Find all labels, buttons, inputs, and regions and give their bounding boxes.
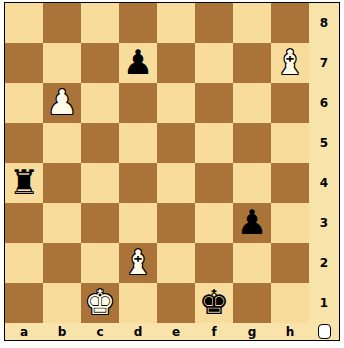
square-h4[interactable] — [271, 163, 309, 203]
coordinate-corner — [309, 323, 339, 340]
square-a6[interactable] — [5, 83, 43, 123]
square-g6[interactable] — [233, 83, 271, 123]
square-g2[interactable] — [233, 243, 271, 283]
square-a1[interactable] — [5, 283, 43, 323]
side-to-move-indicator — [318, 324, 331, 339]
white-bishop[interactable]: ♝ — [275, 45, 305, 79]
rank-label-5: 5 — [309, 123, 339, 163]
square-b4[interactable] — [43, 163, 81, 203]
square-c5[interactable] — [81, 123, 119, 163]
square-e8[interactable] — [157, 3, 195, 43]
square-a8[interactable] — [5, 3, 43, 43]
square-g3[interactable]: ♟ — [233, 203, 271, 243]
square-g8[interactable] — [233, 3, 271, 43]
black-pawn[interactable]: ♟ — [237, 205, 267, 239]
square-b6[interactable]: ♟ — [43, 83, 81, 123]
square-h8[interactable] — [271, 3, 309, 43]
rank-label-8: 8 — [309, 3, 339, 43]
square-c8[interactable] — [81, 3, 119, 43]
square-f4[interactable] — [195, 163, 233, 203]
square-b1[interactable] — [43, 283, 81, 323]
square-d2[interactable]: ♝ — [119, 243, 157, 283]
square-c6[interactable] — [81, 83, 119, 123]
square-g4[interactable] — [233, 163, 271, 203]
square-a7[interactable] — [5, 43, 43, 83]
square-c4[interactable] — [81, 163, 119, 203]
square-e2[interactable] — [157, 243, 195, 283]
square-e7[interactable] — [157, 43, 195, 83]
square-h3[interactable] — [271, 203, 309, 243]
square-e6[interactable] — [157, 83, 195, 123]
square-e4[interactable] — [157, 163, 195, 203]
black-pawn[interactable]: ♟ — [123, 45, 153, 79]
file-label-b: b — [43, 323, 81, 340]
file-label-d: d — [119, 323, 157, 340]
rank-label-2: 2 — [309, 243, 339, 283]
chess-board: 8♟♝7♟65♜4♟3♝2♚♚1abcdefgh — [4, 2, 340, 341]
square-f5[interactable] — [195, 123, 233, 163]
square-d6[interactable] — [119, 83, 157, 123]
square-f8[interactable] — [195, 3, 233, 43]
square-f7[interactable] — [195, 43, 233, 83]
square-e5[interactable] — [157, 123, 195, 163]
square-a2[interactable] — [5, 243, 43, 283]
white-bishop[interactable]: ♝ — [123, 245, 153, 279]
square-f1[interactable]: ♚ — [195, 283, 233, 323]
file-label-g: g — [233, 323, 271, 340]
file-label-c: c — [81, 323, 119, 340]
square-b7[interactable] — [43, 43, 81, 83]
square-f6[interactable] — [195, 83, 233, 123]
square-g1[interactable] — [233, 283, 271, 323]
square-b2[interactable] — [43, 243, 81, 283]
file-label-h: h — [271, 323, 309, 340]
square-c3[interactable] — [81, 203, 119, 243]
square-b3[interactable] — [43, 203, 81, 243]
file-label-e: e — [157, 323, 195, 340]
square-h1[interactable] — [271, 283, 309, 323]
square-d7[interactable]: ♟ — [119, 43, 157, 83]
white-pawn[interactable]: ♟ — [47, 85, 77, 119]
square-d8[interactable] — [119, 3, 157, 43]
square-f2[interactable] — [195, 243, 233, 283]
rank-label-1: 1 — [309, 283, 339, 323]
rank-label-4: 4 — [309, 163, 339, 203]
square-g5[interactable] — [233, 123, 271, 163]
square-a4[interactable]: ♜ — [5, 163, 43, 203]
square-c7[interactable] — [81, 43, 119, 83]
file-label-f: f — [195, 323, 233, 340]
black-rook[interactable]: ♜ — [9, 165, 39, 199]
rank-label-6: 6 — [309, 83, 339, 123]
square-h6[interactable] — [271, 83, 309, 123]
white-king[interactable]: ♚ — [85, 285, 115, 319]
square-d1[interactable] — [119, 283, 157, 323]
file-label-a: a — [5, 323, 43, 340]
square-e1[interactable] — [157, 283, 195, 323]
square-a5[interactable] — [5, 123, 43, 163]
square-a3[interactable] — [5, 203, 43, 243]
square-h5[interactable] — [271, 123, 309, 163]
square-e3[interactable] — [157, 203, 195, 243]
square-b8[interactable] — [43, 3, 81, 43]
square-d4[interactable] — [119, 163, 157, 203]
square-c1[interactable]: ♚ — [81, 283, 119, 323]
square-c2[interactable] — [81, 243, 119, 283]
rank-label-3: 3 — [309, 203, 339, 243]
square-b5[interactable] — [43, 123, 81, 163]
square-f3[interactable] — [195, 203, 233, 243]
square-g7[interactable] — [233, 43, 271, 83]
black-king[interactable]: ♚ — [199, 285, 229, 319]
square-h2[interactable] — [271, 243, 309, 283]
square-h7[interactable]: ♝ — [271, 43, 309, 83]
square-d3[interactable] — [119, 203, 157, 243]
square-d5[interactable] — [119, 123, 157, 163]
rank-label-7: 7 — [309, 43, 339, 83]
